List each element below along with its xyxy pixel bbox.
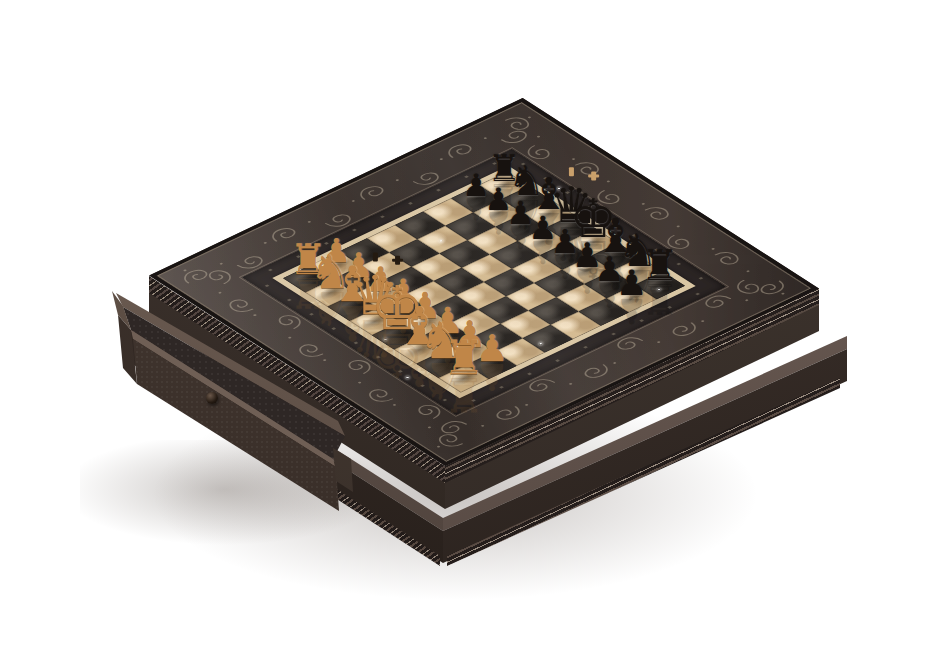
piece-reflection: ♟: [604, 293, 660, 328]
piece-black-pawn-h7[interactable]: ♟♟: [604, 250, 660, 299]
chess-set-photo: ♜♜♞♞♝♝♛♛♚♚♝♝♞♞♜♜♟♟♟♟♟♟♟♟♟♟♟♟♟♟♟♟♟♟♟♟♟♟♟♟…: [0, 0, 930, 660]
piece-white-rook-h1[interactable]: ♜♜: [436, 314, 492, 379]
piece-reflection: ♜: [436, 371, 492, 418]
drawer-knob[interactable]: [206, 392, 218, 404]
finial-crossbar: [588, 175, 599, 178]
finial-crossbar: [392, 259, 403, 262]
